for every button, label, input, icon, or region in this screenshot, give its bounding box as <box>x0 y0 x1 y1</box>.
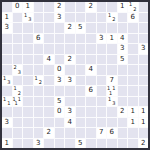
clue-cell-r0c12: 12 <box>128 2 138 12</box>
clue-cell-r12c10: 6 <box>107 128 117 138</box>
empty-cell-r4c3[interactable] <box>34 44 44 54</box>
empty-cell-r9c8[interactable] <box>86 97 96 107</box>
empty-cell-r13c12[interactable] <box>128 139 138 149</box>
clue-digit: 2 <box>55 2 65 12</box>
empty-cell-r11c5[interactable] <box>55 118 65 128</box>
tapa-board: 0122112113312632563143342523041312337126… <box>0 0 150 150</box>
clue-cell-r7c0: 13 <box>2 76 12 86</box>
clue-cell-r10c11: 2 <box>118 107 128 117</box>
empty-cell-r10c7[interactable] <box>76 107 86 117</box>
clue-digit-small: 1 <box>35 76 38 81</box>
empty-cell-r11c8[interactable] <box>86 118 96 128</box>
empty-cell-r13c10[interactable] <box>107 139 117 149</box>
empty-cell-r8c7[interactable] <box>76 86 86 96</box>
empty-cell-r2c11[interactable] <box>118 23 128 33</box>
empty-cell-r6c9[interactable] <box>97 65 107 75</box>
empty-cell-r8c0[interactable] <box>2 86 12 96</box>
empty-cell-r13c11[interactable] <box>118 139 128 149</box>
empty-cell-r12c1[interactable] <box>13 128 23 138</box>
empty-cell-r9c11[interactable] <box>118 97 128 107</box>
clue-cell-r13c7: 5 <box>76 139 86 149</box>
empty-cell-r12c3[interactable] <box>34 128 44 138</box>
clue-cell-r9c1: 111 <box>13 97 23 107</box>
clue-cell-r9c10: 13 <box>107 97 117 107</box>
empty-cell-r10c4[interactable] <box>44 107 54 117</box>
empty-cell-r7c7[interactable] <box>76 76 86 86</box>
empty-cell-r11c7[interactable] <box>76 118 86 128</box>
clue-cell-r8c8: 6 <box>86 86 96 96</box>
clue-cell-r10c5: 0 <box>55 107 65 117</box>
empty-cell-r3c1[interactable] <box>13 34 23 44</box>
empty-cell-r12c6[interactable] <box>65 128 75 138</box>
empty-cell-r8c3[interactable] <box>34 86 44 96</box>
clue-digit: 4 <box>118 34 128 44</box>
clue-cell-r7c6: 3 <box>65 76 75 86</box>
empty-cell-r0c7[interactable] <box>76 2 86 12</box>
clue-digit: 7 <box>97 128 107 138</box>
empty-cell-r3c6[interactable] <box>65 34 75 44</box>
empty-cell-r4c9[interactable] <box>97 44 107 54</box>
empty-cell-r6c2[interactable] <box>23 65 33 75</box>
empty-cell-r13c4[interactable] <box>44 139 54 149</box>
clue-cell-r9c5: 5 <box>55 97 65 107</box>
clue-digit: 3 <box>65 107 75 117</box>
empty-cell-r9c7[interactable] <box>76 97 86 107</box>
empty-cell-r9c12[interactable] <box>128 97 138 107</box>
empty-cell-r5c0[interactable] <box>2 55 12 65</box>
empty-cell-r3c8[interactable] <box>86 34 96 44</box>
empty-cell-r0c6[interactable] <box>65 2 75 12</box>
clue-digit-small: 1 <box>3 97 6 102</box>
empty-cell-r7c9[interactable] <box>97 76 107 86</box>
clue-digit: 3 <box>55 13 65 23</box>
empty-cell-r6c0[interactable] <box>2 65 12 75</box>
clue-digit-small: 1 <box>15 101 18 106</box>
clue-digit: 3 <box>65 76 75 86</box>
empty-cell-r0c10[interactable] <box>107 2 117 12</box>
empty-cell-r11c10[interactable] <box>107 118 117 128</box>
empty-cell-r6c10[interactable] <box>107 65 117 75</box>
empty-cell-r12c0[interactable] <box>2 128 12 138</box>
empty-cell-r13c1[interactable] <box>13 139 23 149</box>
clue-digit: 3 <box>55 76 65 86</box>
clue-digit: 3 <box>118 44 128 54</box>
clue-cell-r2c6: 2 <box>65 23 75 33</box>
clue-cell-r13c13: 2 <box>139 139 149 149</box>
clue-cell-r0c11: 1 <box>118 2 128 12</box>
clue-digit: 5 <box>76 139 86 149</box>
empty-cell-r4c6[interactable] <box>65 44 75 54</box>
clue-cell-r5c11: 5 <box>118 55 128 65</box>
clue-cell-r0c5: 2 <box>55 2 65 12</box>
clue-digit: 3 <box>97 34 107 44</box>
clue-cell-r9c0: 11 <box>2 97 12 107</box>
empty-cell-r3c13[interactable] <box>139 34 149 44</box>
empty-cell-r7c1[interactable] <box>13 76 23 86</box>
empty-cell-r4c8[interactable] <box>86 44 96 54</box>
empty-cell-r8c4[interactable] <box>44 86 54 96</box>
clue-digit-small: 3 <box>7 80 10 85</box>
clue-digit: 2 <box>65 55 75 65</box>
clue-digit-small: 1 <box>14 86 17 91</box>
clue-digit: 4 <box>65 118 75 128</box>
empty-cell-r2c3[interactable] <box>34 23 44 33</box>
clue-cell-r6c5: 0 <box>55 65 65 75</box>
empty-cell-r9c6[interactable] <box>65 97 75 107</box>
clue-cell-r3c9: 3 <box>97 34 107 44</box>
clue-digit: 7 <box>107 76 117 86</box>
empty-cell-r5c9[interactable] <box>97 55 107 65</box>
empty-cell-r5c12[interactable] <box>128 55 138 65</box>
clue-digit-small: 3 <box>112 101 115 106</box>
empty-cell-r13c9[interactable] <box>97 139 107 149</box>
clue-digit: 6 <box>34 34 44 44</box>
clue-digit-small: 3 <box>28 17 31 22</box>
clue-digit-small: 1 <box>112 86 115 91</box>
empty-cell-r5c10[interactable] <box>107 55 117 65</box>
empty-cell-r11c1[interactable] <box>13 118 23 128</box>
clue-cell-r10c6: 3 <box>65 107 75 117</box>
clue-cell-r1c0: 1 <box>2 13 12 23</box>
empty-cell-r5c13[interactable] <box>139 55 149 65</box>
clue-digit: 0 <box>55 65 65 75</box>
empty-cell-r7c4[interactable] <box>44 76 54 86</box>
clue-cell-r12c4: 2 <box>44 128 54 138</box>
empty-cell-r8c9[interactable] <box>97 86 107 96</box>
empty-cell-r4c4[interactable] <box>44 44 54 54</box>
clue-cell-r11c12: 1 <box>128 118 138 128</box>
clue-cell-r1c5: 3 <box>55 13 65 23</box>
clue-cell-r2c0: 3 <box>2 23 12 33</box>
empty-cell-r8c2[interactable] <box>23 86 33 96</box>
empty-cell-r2c13[interactable] <box>139 23 149 33</box>
clue-digit: 3 <box>2 118 12 128</box>
clue-cell-r7c10: 7 <box>107 76 117 86</box>
clue-digit: 6 <box>86 86 96 96</box>
empty-cell-r6c7[interactable] <box>76 65 86 75</box>
clue-cell-r4c13: 3 <box>139 44 149 54</box>
clue-cell-r4c11: 3 <box>118 44 128 54</box>
clue-digit: 1 <box>2 13 12 23</box>
clue-digit: 2 <box>118 107 128 117</box>
clue-cell-r7c3: 12 <box>34 76 44 86</box>
empty-cell-r2c12[interactable] <box>128 23 138 33</box>
empty-cell-r3c12[interactable] <box>128 34 138 44</box>
empty-cell-r10c0[interactable] <box>2 107 12 117</box>
empty-cell-r8c6[interactable] <box>65 86 75 96</box>
empty-cell-r3c7[interactable] <box>76 34 86 44</box>
empty-cell-r12c12[interactable] <box>128 128 138 138</box>
clue-digit: 3 <box>139 44 149 54</box>
empty-cell-r4c0[interactable] <box>2 44 12 54</box>
clue-digit: 3 <box>34 139 44 149</box>
empty-cell-r1c8[interactable] <box>86 13 96 23</box>
clue-digit: 1 <box>23 2 33 12</box>
clue-digit: 3 <box>2 23 12 33</box>
empty-cell-r1c11[interactable] <box>118 13 128 23</box>
clue-digit: 1 <box>139 118 149 128</box>
empty-cell-r4c5[interactable] <box>55 44 65 54</box>
empty-cell-r7c8[interactable] <box>86 76 96 86</box>
empty-cell-r3c2[interactable] <box>23 34 33 44</box>
empty-cell-r12c11[interactable] <box>118 128 128 138</box>
clue-digit: 2 <box>139 139 149 149</box>
clue-cell-r5c4: 4 <box>44 55 54 65</box>
empty-cell-r5c2[interactable] <box>23 55 33 65</box>
empty-cell-r4c1[interactable] <box>13 44 23 54</box>
empty-cell-r2c9[interactable] <box>97 23 107 33</box>
empty-cell-r2c4[interactable] <box>44 23 54 33</box>
empty-cell-r9c3[interactable] <box>34 97 44 107</box>
empty-cell-r2c8[interactable] <box>86 23 96 33</box>
clue-digit: 6 <box>107 128 117 138</box>
empty-cell-r0c0[interactable] <box>2 2 12 12</box>
clue-digit: 6 <box>128 13 138 23</box>
clue-cell-r3c10: 1 <box>107 34 117 44</box>
empty-cell-r1c3[interactable] <box>34 13 44 23</box>
empty-cell-r8c13[interactable] <box>139 86 149 96</box>
clue-digit: 1 <box>118 2 128 12</box>
empty-cell-r6c12[interactable] <box>128 65 138 75</box>
empty-cell-r9c9[interactable] <box>97 97 107 107</box>
clue-cell-r3c3: 6 <box>34 34 44 44</box>
empty-cell-r10c3[interactable] <box>34 107 44 117</box>
clue-cell-r7c5: 3 <box>55 76 65 86</box>
clue-cell-r5c6: 2 <box>65 55 75 65</box>
clue-digit-small: 2 <box>18 91 21 96</box>
clue-digit-small: 2 <box>14 65 17 70</box>
clue-digit-small: 1 <box>108 13 111 18</box>
empty-cell-r5c3[interactable] <box>34 55 44 65</box>
empty-cell-r5c7[interactable] <box>76 55 86 65</box>
empty-cell-r13c6[interactable] <box>65 139 75 149</box>
empty-cell-r12c7[interactable] <box>76 128 86 138</box>
clue-cell-r1c12: 6 <box>128 13 138 23</box>
empty-cell-r13c2[interactable] <box>23 139 33 149</box>
empty-cell-r3c0[interactable] <box>2 34 12 44</box>
clue-digit: 2 <box>65 23 75 33</box>
empty-cell-r4c10[interactable] <box>107 44 117 54</box>
clue-digit: 5 <box>118 55 128 65</box>
empty-cell-r10c8[interactable] <box>86 107 96 117</box>
empty-cell-r9c2[interactable] <box>23 97 33 107</box>
clue-digit: 2 <box>44 128 54 138</box>
empty-cell-r8c5[interactable] <box>55 86 65 96</box>
clue-cell-r8c10: 111 <box>107 86 117 96</box>
empty-cell-r0c3[interactable] <box>34 2 44 12</box>
empty-cell-r8c11[interactable] <box>118 86 128 96</box>
empty-cell-r11c9[interactable] <box>97 118 107 128</box>
empty-cell-r12c5[interactable] <box>55 128 65 138</box>
clue-cell-r11c6: 4 <box>65 118 75 128</box>
empty-cell-r12c13[interactable] <box>139 128 149 138</box>
clue-cell-r11c0: 3 <box>2 118 12 128</box>
clue-cell-r1c10: 12 <box>107 13 117 23</box>
empty-cell-r12c2[interactable] <box>23 128 33 138</box>
clue-cell-r12c9: 7 <box>97 128 107 138</box>
empty-cell-r13c8[interactable] <box>86 139 96 149</box>
clue-digit: 5 <box>76 23 86 33</box>
clue-cell-r11c13: 1 <box>139 118 149 128</box>
clue-digit-small: 1 <box>3 76 6 81</box>
clue-digit-small: 1 <box>18 97 21 102</box>
empty-cell-r1c1[interactable] <box>13 13 23 23</box>
empty-cell-r4c12[interactable] <box>128 44 138 54</box>
tapa-grid: 0122112113312632563143342523041312337126… <box>2 2 148 148</box>
empty-cell-r5c8[interactable] <box>86 55 96 65</box>
empty-cell-r10c1[interactable] <box>13 107 23 117</box>
empty-cell-r10c2[interactable] <box>23 107 33 117</box>
empty-cell-r7c13[interactable] <box>139 76 149 86</box>
empty-cell-r10c9[interactable] <box>97 107 107 117</box>
clue-cell-r3c11: 4 <box>118 34 128 44</box>
clue-cell-r13c0: 1 <box>2 139 12 149</box>
clue-digit-small: 1 <box>24 13 27 18</box>
clue-digit: 1 <box>139 107 149 117</box>
empty-cell-r9c4[interactable] <box>44 97 54 107</box>
clue-digit: 4 <box>44 55 54 65</box>
clue-digit-small: 2 <box>112 17 115 22</box>
clue-digit: 2 <box>86 2 96 12</box>
clue-digit-small: 3 <box>18 70 21 75</box>
empty-cell-r5c5[interactable] <box>55 55 65 65</box>
empty-cell-r11c2[interactable] <box>23 118 33 128</box>
clue-cell-r8c1: 12 <box>13 86 23 96</box>
empty-cell-r11c4[interactable] <box>44 118 54 128</box>
empty-cell-r0c4[interactable] <box>44 2 54 12</box>
clue-cell-r0c2: 1 <box>23 2 33 12</box>
empty-cell-r6c4[interactable] <box>44 65 54 75</box>
clue-cell-r0c8: 2 <box>86 2 96 12</box>
empty-cell-r6c13[interactable] <box>139 65 149 75</box>
empty-cell-r3c4[interactable] <box>44 34 54 44</box>
empty-cell-r8c12[interactable] <box>128 86 138 96</box>
clue-cell-r1c2: 13 <box>23 13 33 23</box>
clue-cell-r10c13: 1 <box>139 107 149 117</box>
clue-cell-r10c12: 1 <box>128 107 138 117</box>
empty-cell-r4c2[interactable] <box>23 44 33 54</box>
empty-cell-r13c5[interactable] <box>55 139 65 149</box>
clue-digit-small: 1 <box>108 97 111 102</box>
empty-cell-r7c11[interactable] <box>118 76 128 86</box>
empty-cell-r12c8[interactable] <box>86 128 96 138</box>
clue-cell-r0c1: 0 <box>13 2 23 12</box>
empty-cell-r3c5[interactable] <box>55 34 65 44</box>
clue-cell-r6c1: 23 <box>13 65 23 75</box>
clue-digit: 5 <box>55 97 65 107</box>
empty-cell-r11c3[interactable] <box>34 118 44 128</box>
empty-cell-r2c5[interactable] <box>55 23 65 33</box>
empty-cell-r2c2[interactable] <box>23 23 33 33</box>
empty-cell-r7c12[interactable] <box>128 76 138 86</box>
empty-cell-r6c11[interactable] <box>118 65 128 75</box>
clue-digit-small: 1 <box>7 101 10 106</box>
clue-digit: 1 <box>107 34 117 44</box>
empty-cell-r1c6[interactable] <box>65 13 75 23</box>
clue-digit: 0 <box>55 107 65 117</box>
clue-digit-small: 2 <box>39 80 42 85</box>
clue-digit: 1 <box>2 139 12 149</box>
empty-cell-r10c10[interactable] <box>107 107 117 117</box>
empty-cell-r1c4[interactable] <box>44 13 54 23</box>
clue-digit: 0 <box>13 2 23 12</box>
empty-cell-r4c7[interactable] <box>76 44 86 54</box>
empty-cell-r2c10[interactable] <box>107 23 117 33</box>
empty-cell-r0c9[interactable] <box>97 2 107 12</box>
empty-cell-r0c13[interactable] <box>139 2 149 12</box>
clue-cell-r2c7: 5 <box>76 23 86 33</box>
empty-cell-r9c13[interactable] <box>139 97 149 107</box>
clue-digit-small: 1 <box>109 91 112 96</box>
empty-cell-r6c3[interactable] <box>34 65 44 75</box>
empty-cell-r11c11[interactable] <box>118 118 128 128</box>
empty-cell-r1c9[interactable] <box>97 13 107 23</box>
clue-digit: 1 <box>128 118 138 128</box>
empty-cell-r1c13[interactable] <box>139 13 149 23</box>
empty-cell-r2c1[interactable] <box>13 23 23 33</box>
clue-digit-small: 2 <box>133 7 136 12</box>
empty-cell-r5c1[interactable] <box>13 55 23 65</box>
clue-digit-small: 1 <box>129 2 132 7</box>
empty-cell-r1c7[interactable] <box>76 13 86 23</box>
clue-cell-r13c3: 3 <box>34 139 44 149</box>
clue-cell-r6c8: 4 <box>86 65 96 75</box>
clue-digit: 4 <box>86 65 96 75</box>
clue-digit: 1 <box>128 107 138 117</box>
empty-cell-r6c6[interactable] <box>65 65 75 75</box>
empty-cell-r7c2[interactable] <box>23 76 33 86</box>
